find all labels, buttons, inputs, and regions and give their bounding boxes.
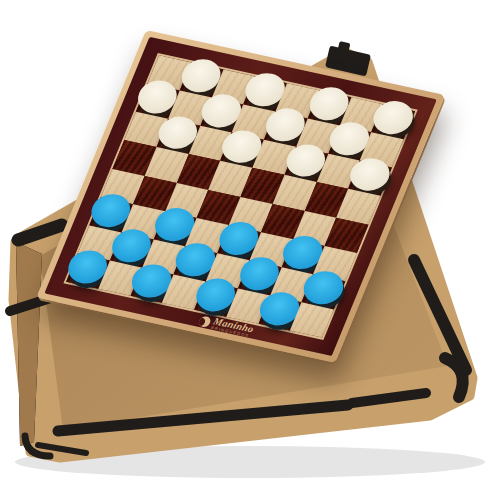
scene: Maninho BRINQUEDOS <box>0 0 500 500</box>
brand-logo-icon <box>197 315 212 328</box>
